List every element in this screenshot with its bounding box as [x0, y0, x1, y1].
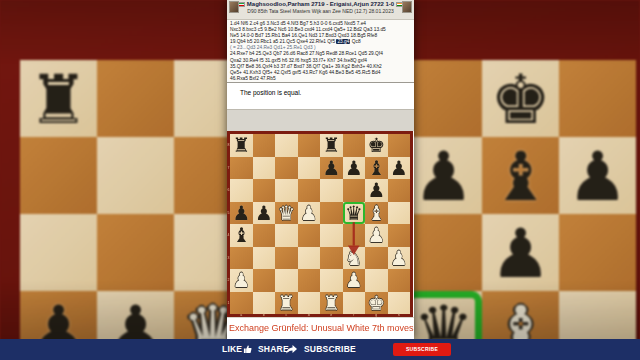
square-h4[interactable]: [388, 224, 411, 247]
piece-wq-c5[interactable]: ♛: [275, 202, 298, 225]
move-list[interactable]: 1.d4 Nf6 2.c4 g6 3.Nc3 d5 4.Nf3 Bg7 5.h3…: [227, 20, 414, 82]
engine-annotation: The position is equal.: [227, 83, 414, 109]
file-label-b: b: [253, 314, 276, 317]
rank-label-6: 6: [227, 179, 230, 202]
piece-wp-a2[interactable]: ♟: [230, 269, 253, 292]
piece-wr-e1[interactable]: ♜: [320, 292, 343, 315]
file-label-h: h: [388, 314, 411, 317]
chess-board: ♜♜♚♟♟♝♟♟♟♟♛♟♛♝♝♟♞♟♟♟♜♜♚ 87654321abcdefgh: [227, 131, 413, 317]
file-label-a: a: [230, 314, 253, 317]
square-e4[interactable]: [320, 224, 343, 247]
piece-br-a8[interactable]: ♜: [230, 134, 253, 157]
piece-wp-h3[interactable]: ♟: [388, 247, 411, 270]
square-g3[interactable]: [365, 247, 388, 270]
piece-wp-d5[interactable]: ♟: [298, 202, 321, 225]
square-g2[interactable]: [365, 269, 388, 292]
moves-after-selection: Qc8: [350, 39, 360, 44]
players-line: Maghsoodloo,Parham 2719 - Erigaisi,Arjun…: [227, 1, 414, 8]
rank-label-4: 4: [227, 224, 230, 247]
square-b6[interactable]: [253, 179, 276, 202]
square-c2[interactable]: [275, 269, 298, 292]
piece-wp-f2[interactable]: ♟: [343, 269, 366, 292]
video-title: Exchange Grünfeld: Unusual White 7th mov…: [227, 317, 414, 339]
piece-bb-a4[interactable]: ♝: [230, 224, 253, 247]
piece-wn-f3[interactable]: ♞: [343, 247, 366, 270]
piece-br-e8[interactable]: ♜: [320, 134, 343, 157]
chess-board-grid[interactable]: ♜♜♚♟♟♝♟♟♟♟♛♟♛♝♝♟♞♟♟♟♜♜♚: [230, 134, 410, 314]
piece-bp-b5[interactable]: ♟: [253, 202, 276, 225]
subscribe-button[interactable]: SUBSCRIBE: [393, 343, 451, 356]
black-player-photo: [402, 1, 412, 13]
piece-bp-a5[interactable]: ♟: [230, 202, 253, 225]
square-d7[interactable]: [298, 157, 321, 180]
square-b1[interactable]: [253, 292, 276, 315]
square-f4[interactable]: [343, 224, 366, 247]
subscribe-label: SUBSCRIBE: [304, 339, 356, 360]
square-a7[interactable]: [230, 157, 253, 180]
square-c6[interactable]: [275, 179, 298, 202]
white-player-photo: [229, 1, 239, 13]
square-e2[interactable]: [320, 269, 343, 292]
square-d3[interactable]: [298, 247, 321, 270]
square-e3[interactable]: [320, 247, 343, 270]
square-h5[interactable]: [388, 202, 411, 225]
square-a6[interactable]: [230, 179, 253, 202]
file-label-f: f: [343, 314, 366, 317]
square-c4[interactable]: [275, 224, 298, 247]
square-a3[interactable]: [230, 247, 253, 270]
like-button[interactable]: LIKE: [222, 339, 242, 360]
rank-label-7: 7: [227, 157, 230, 180]
piece-wp-g4[interactable]: ♟: [365, 224, 388, 247]
piece-bq-f5[interactable]: ♛: [343, 202, 366, 225]
video-frame: ♜♜♚♟♟♝♟♟♟♟♛♟♛♝♝♟♞♟♟♟♜♜♚ Maghsoodloo,Parh…: [0, 0, 640, 360]
square-d2[interactable]: [298, 269, 321, 292]
square-d1[interactable]: [298, 292, 321, 315]
rank-label-8: 8: [227, 134, 230, 157]
square-h2[interactable]: [388, 269, 411, 292]
game-header: Maghsoodloo,Parham 2719 - Erigaisi,Arjun…: [227, 0, 414, 20]
square-d6[interactable]: [298, 179, 321, 202]
file-label-d: d: [298, 314, 321, 317]
square-f8[interactable]: [343, 134, 366, 157]
piece-bp-f7[interactable]: ♟: [343, 157, 366, 180]
square-d8[interactable]: [298, 134, 321, 157]
share-button[interactable]: SHARE: [258, 339, 289, 360]
square-f6[interactable]: [343, 179, 366, 202]
piece-bp-h7[interactable]: ♟: [388, 157, 411, 180]
chess-gui-panel: Maghsoodloo,Parham 2719 - Erigaisi,Arjun…: [227, 0, 414, 339]
piece-wr-c1[interactable]: ♜: [275, 292, 298, 315]
piece-wk-g1[interactable]: ♚: [365, 292, 388, 315]
thumb-up-icon[interactable]: [243, 345, 252, 354]
share-arrow-icon[interactable]: [286, 345, 297, 354]
square-b2[interactable]: [253, 269, 276, 292]
square-f1[interactable]: [343, 292, 366, 315]
square-d4[interactable]: [298, 224, 321, 247]
square-e6[interactable]: [320, 179, 343, 202]
square-c3[interactable]: [275, 247, 298, 270]
square-h8[interactable]: [388, 134, 411, 157]
square-b3[interactable]: [253, 247, 276, 270]
selected-move[interactable]: 23.g4: [336, 39, 350, 44]
event-line: D90 85th Tata Steel Masters Wijk aan Zee…: [227, 8, 414, 15]
piece-wb-g5[interactable]: ♝: [365, 202, 388, 225]
square-c7[interactable]: [275, 157, 298, 180]
piece-bp-g6[interactable]: ♟: [365, 179, 388, 202]
square-c8[interactable]: [275, 134, 298, 157]
action-bar: LIKE SHARE SUBSCRIBE SUBSCRIBE: [0, 339, 640, 360]
square-a1[interactable]: [230, 292, 253, 315]
piece-bp-e7[interactable]: ♟: [320, 157, 343, 180]
square-e5[interactable]: [320, 202, 343, 225]
file-label-e: e: [320, 314, 343, 317]
players-text: Maghsoodloo,Parham 2719 - Erigaisi,Arjun…: [247, 1, 394, 8]
rank-label-3: 3: [227, 247, 230, 270]
moves-before-selection: 19.Qb4 b5 20.Rbc1 a5 21.Qc5 Qxe4 22.Rfe1…: [230, 39, 336, 44]
square-h1[interactable]: [388, 292, 411, 315]
square-b4[interactable]: [253, 224, 276, 247]
rank-label-5: 5: [227, 202, 230, 225]
file-label-g: g: [365, 314, 388, 317]
square-b7[interactable]: [253, 157, 276, 180]
panel-spacer: [227, 109, 414, 131]
piece-bk-g8[interactable]: ♚: [365, 134, 388, 157]
square-b8[interactable]: [253, 134, 276, 157]
piece-bb-g7[interactable]: ♝: [365, 157, 388, 180]
rank-label-2: 2: [227, 269, 230, 292]
square-h6[interactable]: [388, 179, 411, 202]
file-label-c: c: [275, 314, 298, 317]
rank-label-1: 1: [227, 292, 230, 315]
